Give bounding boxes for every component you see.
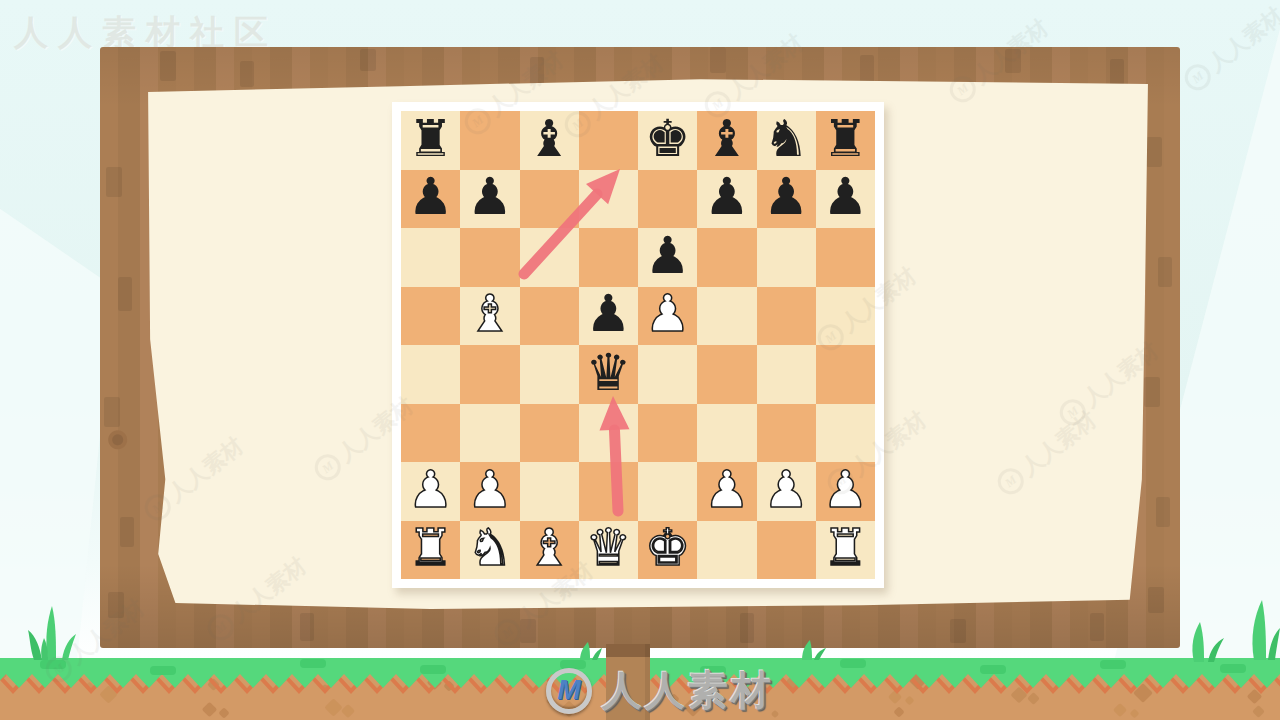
dirt-speck xyxy=(893,706,904,717)
black-rook-icon: ♜ xyxy=(823,113,869,164)
square-b3 xyxy=(460,404,519,463)
black-pawn-icon: ♟ xyxy=(704,171,750,222)
square-e4 xyxy=(638,345,697,404)
black-pawn-icon: ♟ xyxy=(763,171,809,222)
square-a7: ♟ xyxy=(401,170,460,229)
black-king-icon: ♚ xyxy=(645,113,691,164)
white-rook-icon: ♜ xyxy=(408,522,454,573)
logo-text: 人人素材 xyxy=(602,663,774,718)
square-c2 xyxy=(520,462,579,521)
black-queen-icon: ♛ xyxy=(586,347,632,398)
black-pawn-icon: ♟ xyxy=(645,230,691,281)
plank-mark xyxy=(710,47,726,73)
square-b5: ♝ xyxy=(460,287,519,346)
black-rook-icon: ♜ xyxy=(408,113,454,164)
square-f7: ♟ xyxy=(697,170,756,229)
plank-mark xyxy=(1110,59,1124,85)
plank-mark xyxy=(1148,587,1164,613)
square-g1 xyxy=(757,521,816,580)
square-d4: ♛ xyxy=(579,345,638,404)
plank-mark xyxy=(1146,137,1162,167)
square-e6: ♟ xyxy=(638,228,697,287)
square-c3 xyxy=(520,404,579,463)
square-b4 xyxy=(460,345,519,404)
dirt-speck xyxy=(324,698,342,716)
square-h6 xyxy=(816,228,875,287)
square-f4 xyxy=(697,345,756,404)
black-pawn-icon: ♟ xyxy=(408,171,454,222)
plank-mark xyxy=(160,51,176,81)
plank-mark xyxy=(1156,497,1170,527)
plank-mark xyxy=(1158,257,1172,287)
plank-mark xyxy=(360,49,376,71)
white-rook-icon: ♜ xyxy=(823,522,869,573)
square-b7: ♟ xyxy=(460,170,519,229)
site-logo: M 人人素材 xyxy=(546,663,774,718)
grass-tuft-mid-right xyxy=(792,640,830,660)
plank-mark xyxy=(118,277,132,311)
dirt-speck xyxy=(218,707,229,718)
grass-tuft-mid-left xyxy=(572,642,606,660)
black-pawn-icon: ♟ xyxy=(823,171,869,222)
watermark-tile: M人人素材 xyxy=(1178,1,1280,97)
white-king-icon: ♚ xyxy=(645,522,691,573)
square-d7 xyxy=(579,170,638,229)
square-e1: ♚ xyxy=(638,521,697,580)
logo-monogram: M xyxy=(557,674,580,706)
plank-mark xyxy=(240,61,254,87)
square-g2: ♟ xyxy=(757,462,816,521)
square-f3 xyxy=(697,404,756,463)
square-e5: ♟ xyxy=(638,287,697,346)
white-queen-icon: ♛ xyxy=(586,522,632,573)
square-f5 xyxy=(697,287,756,346)
square-c7 xyxy=(520,170,579,229)
square-f6 xyxy=(697,228,756,287)
square-a2: ♟ xyxy=(401,462,460,521)
square-e2 xyxy=(638,462,697,521)
square-a8: ♜ xyxy=(401,111,460,170)
square-h7: ♟ xyxy=(816,170,875,229)
dirt-speck xyxy=(905,696,915,706)
square-g5 xyxy=(757,287,816,346)
square-c5 xyxy=(520,287,579,346)
square-c6 xyxy=(520,228,579,287)
square-d3 xyxy=(579,404,638,463)
square-g7: ♟ xyxy=(757,170,816,229)
plank-mark xyxy=(1090,613,1104,641)
square-a1: ♜ xyxy=(401,521,460,580)
white-bishop-icon: ♝ xyxy=(526,522,572,573)
square-e3 xyxy=(638,404,697,463)
square-a6 xyxy=(401,228,460,287)
white-knight-icon: ♞ xyxy=(467,522,513,573)
square-d6 xyxy=(579,228,638,287)
square-h1: ♜ xyxy=(816,521,875,580)
black-knight-icon: ♞ xyxy=(763,113,809,164)
plank-mark xyxy=(106,167,122,197)
square-d5: ♟ xyxy=(579,287,638,346)
black-pawn-icon: ♟ xyxy=(467,171,513,222)
chessboard-frame: ♜♝♚♝♞♜♟♟♟♟♟♟♝♟♟♛♟♟♟♟♟♜♞♝♛♚♜ xyxy=(392,102,884,588)
dirt-speck xyxy=(341,704,355,718)
dirt-speck xyxy=(1130,709,1140,719)
plank-mark xyxy=(860,55,874,83)
white-pawn-icon: ♟ xyxy=(763,464,809,515)
grass-tuft-far-right xyxy=(1244,598,1280,660)
plank-mark xyxy=(1144,377,1160,407)
white-bishop-icon: ♝ xyxy=(467,288,513,339)
square-h4 xyxy=(816,345,875,404)
plank-mark xyxy=(120,517,134,547)
white-pawn-icon: ♟ xyxy=(704,464,750,515)
square-f1 xyxy=(697,521,756,580)
cartoon-scene: 人人素材社区 ♜♝♚♝♞♜♟♟♟♟♟♟♝♟♟♛♟♟♟♟♟♜♞♝♛♚♜ M人人素材… xyxy=(0,0,1280,720)
square-f8: ♝ xyxy=(697,111,756,170)
chessboard: ♜♝♚♝♞♜♟♟♟♟♟♟♝♟♟♛♟♟♟♟♟♜♞♝♛♚♜ xyxy=(401,111,875,579)
dirt-speck xyxy=(202,702,218,718)
white-pawn-icon: ♟ xyxy=(408,464,454,515)
dirt-speck xyxy=(1252,705,1265,718)
black-pawn-icon: ♟ xyxy=(586,288,632,339)
square-g6 xyxy=(757,228,816,287)
square-d2 xyxy=(579,462,638,521)
square-g4 xyxy=(757,345,816,404)
wood-knot xyxy=(106,429,132,453)
plank-mark xyxy=(740,613,754,643)
black-bishop-icon: ♝ xyxy=(704,113,750,164)
square-e7 xyxy=(638,170,697,229)
square-b6 xyxy=(460,228,519,287)
plank-mark xyxy=(950,619,966,643)
square-g3 xyxy=(757,404,816,463)
square-c4 xyxy=(520,345,579,404)
dirt-speck xyxy=(1113,703,1127,717)
logo-ring-icon: M xyxy=(546,668,592,714)
square-b1: ♞ xyxy=(460,521,519,580)
plank-mark xyxy=(104,397,120,427)
square-h8: ♜ xyxy=(816,111,875,170)
white-pawn-icon: ♟ xyxy=(645,288,691,339)
square-g8: ♞ xyxy=(757,111,816,170)
plank-mark xyxy=(300,613,314,641)
dirt-speck xyxy=(1027,692,1040,705)
square-b2: ♟ xyxy=(460,462,519,521)
square-a4 xyxy=(401,345,460,404)
square-a5 xyxy=(401,287,460,346)
square-e8: ♚ xyxy=(638,111,697,170)
grass-tuft-right xyxy=(1176,620,1228,662)
white-pawn-icon: ♟ xyxy=(467,464,513,515)
square-f2: ♟ xyxy=(697,462,756,521)
